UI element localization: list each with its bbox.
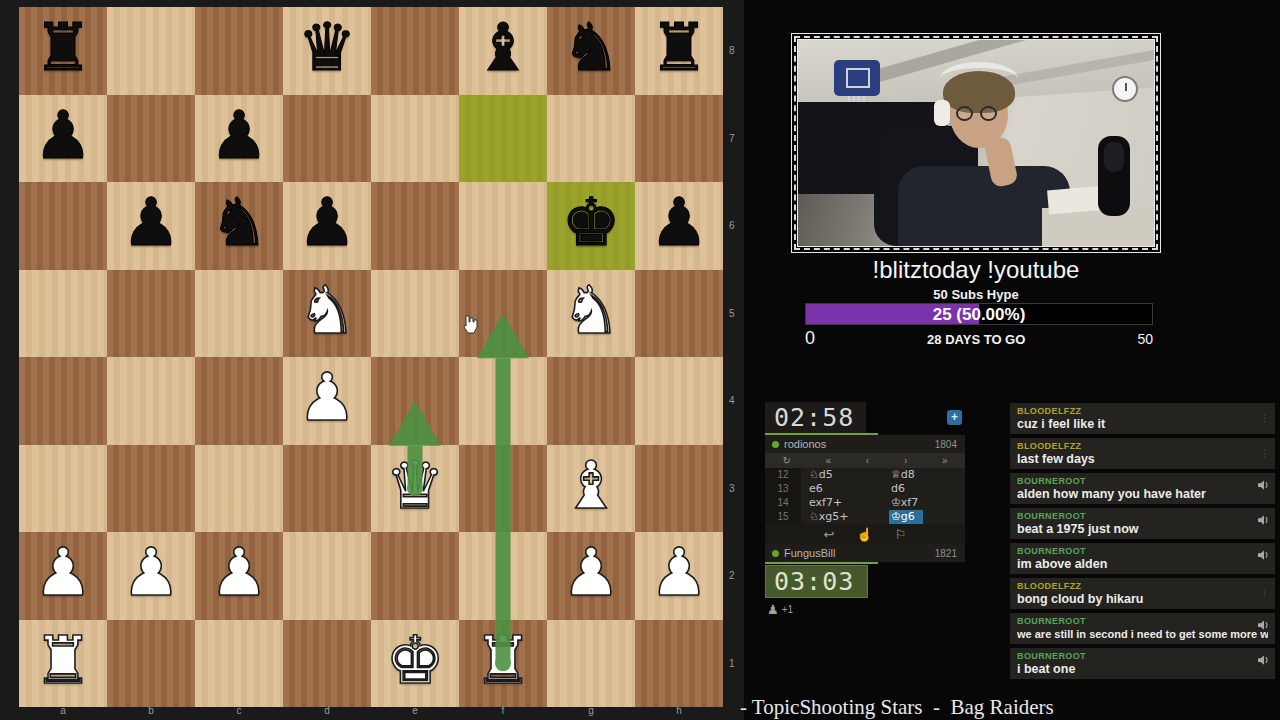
subgoal-days-label: 28 DAYS TO GO <box>927 332 1025 347</box>
file-label-h: h <box>635 705 723 719</box>
chat-message: BOURNEROOTwe are still in second i need … <box>1010 613 1275 644</box>
subgoal-progress-bar: 25 (50.00%) <box>805 303 1153 325</box>
webcam-microphone <box>1098 136 1130 216</box>
last-move-button[interactable]: » <box>942 453 948 468</box>
square-g6[interactable]: ♚ <box>547 182 635 270</box>
square-d3[interactable] <box>283 445 371 533</box>
square-g4[interactable] <box>547 357 635 445</box>
file-label-a: a <box>19 705 107 719</box>
move-white[interactable]: exf7+ <box>801 496 883 510</box>
player-name-bottom: FungusBill <box>784 547 835 559</box>
player-row-bottom: FungusBill 1821 <box>765 544 965 562</box>
white-pawn-d4[interactable]: ♟ <box>283 357 371 445</box>
square-f8[interactable]: ♝ <box>459 7 547 95</box>
move-black[interactable]: d6 <box>883 482 965 496</box>
square-e3[interactable]: ♛ <box>371 445 459 533</box>
white-pawn-g2[interactable]: ♟ <box>547 532 635 620</box>
white-pawn-a2[interactable]: ♟ <box>19 532 107 620</box>
add-time-button[interactable]: + <box>947 410 962 425</box>
black-bishop-f8[interactable]: ♝ <box>459 7 547 95</box>
black-pawn-c7[interactable]: ♟ <box>195 95 283 183</box>
move-black[interactable]: ♕d8 <box>883 468 965 482</box>
square-a3[interactable] <box>19 445 107 533</box>
white-knight-d5[interactable]: ♞ <box>283 270 371 358</box>
player-clock: 03:03 <box>765 565 868 598</box>
square-b5[interactable] <box>107 270 195 358</box>
square-c8[interactable] <box>195 7 283 95</box>
webcam-scene <box>797 39 1155 247</box>
speaker-icon <box>1258 652 1269 670</box>
draw-offer-button[interactable]: ☝ <box>857 527 873 542</box>
online-indicator <box>772 550 779 557</box>
square-d8[interactable]: ♛ <box>283 7 371 95</box>
square-e6[interactable] <box>371 182 459 270</box>
square-c7[interactable]: ♟ <box>195 95 283 183</box>
square-e4[interactable] <box>371 357 459 445</box>
file-label-g: g <box>547 705 635 719</box>
move-white[interactable]: ♘d5 <box>801 468 883 482</box>
square-f6[interactable] <box>459 182 547 270</box>
flip-board-button[interactable]: ↻ <box>782 453 790 468</box>
webcam-glasses <box>956 106 1002 122</box>
square-h4[interactable] <box>635 357 723 445</box>
move-number: 14 <box>765 496 801 510</box>
next-move-button[interactable]: › <box>904 453 907 468</box>
black-queen-d8[interactable]: ♛ <box>283 7 371 95</box>
move-black[interactable]: ♔xf7 <box>883 496 965 510</box>
chat-username: BOURNEROOT <box>1017 651 1268 661</box>
chat-message-text: im above alden <box>1017 556 1268 573</box>
square-c5[interactable] <box>195 270 283 358</box>
square-e8[interactable] <box>371 7 459 95</box>
square-b3[interactable] <box>107 445 195 533</box>
chat-message-text: cuz i feel like it <box>1017 416 1268 433</box>
webcam-headphones-band <box>940 62 1018 96</box>
rank-label-7: 7 <box>727 95 743 183</box>
square-h3[interactable] <box>635 445 723 533</box>
square-f1[interactable]: ♜ <box>459 620 547 708</box>
square-c3[interactable] <box>195 445 283 533</box>
white-pawn-c2[interactable]: ♟ <box>195 532 283 620</box>
takeback-button[interactable]: ↩ <box>824 527 835 542</box>
square-e5[interactable] <box>371 270 459 358</box>
message-menu-icon: ⋮ <box>1260 407 1269 425</box>
subgoal-start-label: 0 <box>805 328 815 349</box>
black-pawn-h6[interactable]: ♟ <box>635 182 723 270</box>
subgoal-progress-label: 25 (50.00%) <box>806 304 1152 324</box>
resign-flag-button[interactable]: ⚐ <box>895 527 907 542</box>
chat-message-text: alden how many you have hater <box>1017 486 1268 503</box>
square-h8[interactable]: ♜ <box>635 7 723 95</box>
chat-username: BOURNEROOT <box>1017 476 1268 486</box>
square-c4[interactable] <box>195 357 283 445</box>
square-g8[interactable]: ♞ <box>547 7 635 95</box>
square-e2[interactable] <box>371 532 459 620</box>
player-name-top: rodionos <box>784 438 826 450</box>
square-a7[interactable]: ♟ <box>19 95 107 183</box>
square-h5[interactable] <box>635 270 723 358</box>
black-knight-c6[interactable]: ♞ <box>195 182 283 270</box>
chat-commands-text: !blitztoday !youtube <box>791 256 1161 284</box>
chat-message-text: i beat one <box>1017 661 1268 678</box>
square-c1[interactable] <box>195 620 283 708</box>
file-label-f: f <box>459 705 547 719</box>
square-a6[interactable] <box>19 182 107 270</box>
move-black[interactable]: ♔g6 <box>883 510 965 524</box>
square-h1[interactable] <box>635 620 723 708</box>
message-menu-icon: ⋮ <box>1260 442 1269 460</box>
speaker-icon <box>1258 477 1269 495</box>
move-row-15: 15♘xg5+♔g6 <box>765 510 965 524</box>
move-number: 15 <box>765 510 801 524</box>
square-d7[interactable] <box>283 95 371 183</box>
square-b4[interactable] <box>107 357 195 445</box>
white-rook-a1[interactable]: ♜ <box>19 620 107 708</box>
move-row-13: 13e6d6 <box>765 482 965 496</box>
webcam-desk <box>1042 208 1155 247</box>
chat-username: BOURNEROOT <box>1017 616 1268 626</box>
chat-message: BLOODELFZZbong cloud by hikaru⋮ <box>1010 578 1275 609</box>
subgoal-end-label: 50 <box>1137 331 1153 347</box>
chat-message: BOURNEROOTi beat one <box>1010 648 1275 679</box>
rank-label-4: 4 <box>727 357 743 445</box>
white-pawn-b2[interactable]: ♟ <box>107 532 195 620</box>
white-king-e1[interactable]: ♚ <box>371 620 459 708</box>
hand-cursor <box>461 315 478 334</box>
black-pawn-b6[interactable]: ♟ <box>107 182 195 270</box>
move-row-14: 14exf7+♔xf7 <box>765 496 965 510</box>
black-king-g6[interactable]: ♚ <box>547 182 635 270</box>
chat-message: BLOODELFZZlast few days⋮ <box>1010 438 1275 469</box>
square-a5[interactable] <box>19 270 107 358</box>
move-number: 13 <box>765 482 801 496</box>
pawn-icon: ♟ <box>767 602 779 617</box>
square-a8[interactable]: ♜ <box>19 7 107 95</box>
rank-label-3: 3 <box>727 445 743 533</box>
move-list: 12♘d5♕d813e6d614exf7+♔xf715♘xg5+♔g6 <box>765 468 965 524</box>
move-white[interactable]: e6 <box>801 482 883 496</box>
square-f3[interactable] <box>459 445 547 533</box>
black-pawn-d6[interactable]: ♟ <box>283 182 371 270</box>
online-indicator <box>772 441 779 448</box>
square-f2[interactable] <box>459 532 547 620</box>
webcam-headphones-cup <box>934 100 950 126</box>
subgoal-title: 50 Subs Hype <box>791 287 1161 302</box>
chat-message-text: last few days <box>1017 451 1268 468</box>
lichess-game-panel: 02:58 + rodionos 1804 ↻«‹›» 12♘d5♕d813e6… <box>765 402 965 618</box>
subgoal-footer: 0 28 DAYS TO GO 50 <box>805 328 1153 346</box>
chat-message: BLOODELFZZcuz i feel like it⋮ <box>1010 403 1275 434</box>
white-pawn-h2[interactable]: ♟ <box>635 532 723 620</box>
square-h6[interactable]: ♟ <box>635 182 723 270</box>
square-a2[interactable]: ♟ <box>19 532 107 620</box>
opponent-clock: 02:58 <box>765 402 866 433</box>
square-d4[interactable]: ♟ <box>283 357 371 445</box>
webcam-basketball-hoop <box>834 60 880 96</box>
speaker-icon <box>1258 512 1269 530</box>
chat-message-text: bong cloud by hikaru <box>1017 591 1268 608</box>
square-c2[interactable]: ♟ <box>195 532 283 620</box>
message-menu-icon: ⋮ <box>1260 582 1269 600</box>
file-coordinates: abcdefgh <box>19 705 723 719</box>
rank-coordinates: 87654321 <box>727 7 743 707</box>
chat-username: BLOODELFZZ <box>1017 406 1268 416</box>
move-white[interactable]: ♘xg5+ <box>801 510 883 524</box>
square-f4[interactable] <box>459 357 547 445</box>
move-navigation-bar: ↻«‹›» <box>765 453 965 468</box>
white-rook-f1[interactable]: ♜ <box>459 620 547 708</box>
rank-label-2: 2 <box>727 532 743 620</box>
square-a1[interactable]: ♜ <box>19 620 107 708</box>
rank-label-5: 5 <box>727 270 743 358</box>
file-label-c: c <box>195 705 283 719</box>
speaker-icon <box>1258 617 1269 635</box>
square-d1[interactable] <box>283 620 371 708</box>
player-rating-bottom: 1821 <box>935 548 957 559</box>
square-d6[interactable]: ♟ <box>283 182 371 270</box>
square-e7[interactable] <box>371 95 459 183</box>
square-b8[interactable] <box>107 7 195 95</box>
square-b1[interactable] <box>107 620 195 708</box>
song-ticker: - TopicShooting Stars - Bag Raiders <box>740 695 1280 720</box>
square-h7[interactable] <box>635 95 723 183</box>
chat-username: BLOODELFZZ <box>1017 441 1268 451</box>
chat-message: BOURNEROOTalden how many you have hater <box>1010 473 1275 504</box>
chat-username: BOURNEROOT <box>1017 511 1268 521</box>
chess-board: ♜♛♝♞♜♟♟♟♞♟♚♟♞♞♟♛♝♟♟♟♟♟♜♚♜ <box>19 7 723 707</box>
white-knight-g5[interactable]: ♞ <box>547 270 635 358</box>
game-action-bar: ↩☝⚐ <box>765 524 965 544</box>
webcam-feed <box>791 33 1161 253</box>
square-f5[interactable] <box>459 270 547 358</box>
chat-message: BOURNEROOTim above alden <box>1010 543 1275 574</box>
file-label-e: e <box>371 705 459 719</box>
previous-move-button[interactable]: ‹ <box>866 453 869 468</box>
black-knight-g8[interactable]: ♞ <box>547 7 635 95</box>
file-label-d: d <box>283 705 371 719</box>
chat-username: BOURNEROOT <box>1017 546 1268 556</box>
rank-label-8: 8 <box>727 7 743 95</box>
player-rating-top: 1804 <box>935 439 957 450</box>
first-move-button[interactable]: « <box>826 453 832 468</box>
square-g3[interactable]: ♝ <box>547 445 635 533</box>
black-pawn-a7[interactable]: ♟ <box>19 95 107 183</box>
rank-label-1: 1 <box>727 620 743 708</box>
chat-username: BLOODELFZZ <box>1017 581 1268 591</box>
square-g1[interactable] <box>547 620 635 708</box>
square-g5[interactable]: ♞ <box>547 270 635 358</box>
chat-message: BOURNEROOTbeat a 1975 just now <box>1010 508 1275 539</box>
player-row-top: rodionos 1804 <box>765 435 965 453</box>
clock-underline <box>765 562 878 564</box>
black-rook-h8[interactable]: ♜ <box>635 7 723 95</box>
square-g7[interactable] <box>547 95 635 183</box>
material-advantage: ♟ +1 <box>767 602 793 617</box>
square-h2[interactable]: ♟ <box>635 532 723 620</box>
square-b7[interactable] <box>107 95 195 183</box>
black-rook-a8[interactable]: ♜ <box>19 7 107 95</box>
move-number: 12 <box>765 468 801 482</box>
chat-message-text: beat a 1975 just now <box>1017 521 1268 538</box>
square-a4[interactable] <box>19 357 107 445</box>
square-g2[interactable]: ♟ <box>547 532 635 620</box>
chat-message-text: we are still in second i need to get som… <box>1017 626 1268 643</box>
square-d5[interactable]: ♞ <box>283 270 371 358</box>
white-queen-e3[interactable]: ♛ <box>371 445 459 533</box>
square-f7[interactable] <box>459 95 547 183</box>
file-label-b: b <box>107 705 195 719</box>
square-d2[interactable] <box>283 532 371 620</box>
move-row-12: 12♘d5♕d8 <box>765 468 965 482</box>
webcam-wall-clock <box>1112 76 1138 102</box>
square-e1[interactable]: ♚ <box>371 620 459 708</box>
speaker-icon <box>1258 547 1269 565</box>
white-bishop-g3[interactable]: ♝ <box>547 445 635 533</box>
rank-label-6: 6 <box>727 182 743 270</box>
square-b6[interactable]: ♟ <box>107 182 195 270</box>
stream-chat: BLOODELFZZcuz i feel like it⋮BLOODELFZZl… <box>1010 403 1275 683</box>
square-b2[interactable]: ♟ <box>107 532 195 620</box>
square-c6[interactable]: ♞ <box>195 182 283 270</box>
